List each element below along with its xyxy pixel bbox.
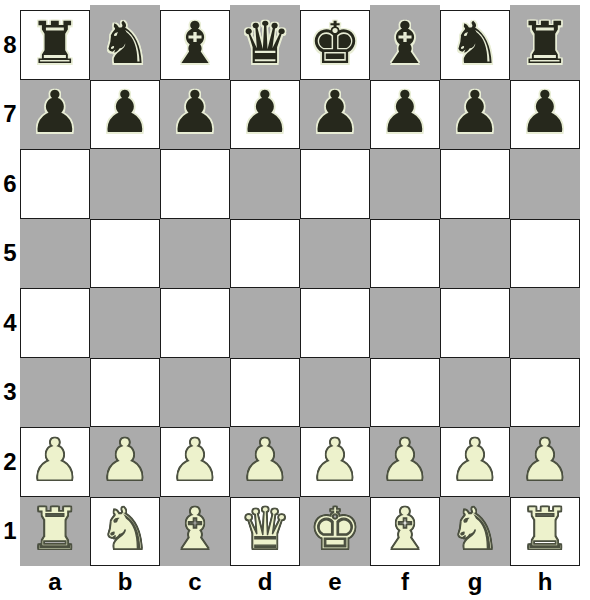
file-label-d: d bbox=[230, 566, 300, 598]
square-h4[interactable] bbox=[510, 288, 580, 358]
square-e4[interactable] bbox=[300, 288, 370, 358]
square-a7[interactable]: ♟ bbox=[20, 80, 90, 150]
square-e7[interactable]: ♟ bbox=[300, 80, 370, 150]
square-h8[interactable]: ♜ bbox=[510, 10, 580, 80]
square-b3[interactable] bbox=[90, 358, 160, 428]
square-e3[interactable] bbox=[300, 358, 370, 428]
file-labels: abcdefgh bbox=[20, 566, 580, 598]
square-f5[interactable] bbox=[370, 219, 440, 289]
rank-label-6: 6 bbox=[0, 149, 20, 219]
square-g2[interactable]: ♟ bbox=[440, 427, 510, 497]
square-h5[interactable] bbox=[510, 219, 580, 289]
square-e2[interactable]: ♟ bbox=[300, 427, 370, 497]
black-rook-a8: ♜ bbox=[29, 14, 81, 72]
square-g4[interactable] bbox=[440, 288, 510, 358]
square-h2[interactable]: ♟ bbox=[510, 427, 580, 497]
white-pawn-e2: ♟ bbox=[309, 431, 361, 489]
black-pawn-g7: ♟ bbox=[449, 83, 501, 141]
white-pawn-c2: ♟ bbox=[169, 431, 221, 489]
rank-label-4: 4 bbox=[0, 288, 20, 358]
black-pawn-h7: ♟ bbox=[519, 83, 571, 141]
square-b4[interactable] bbox=[90, 288, 160, 358]
square-e8[interactable]: ♚ bbox=[300, 10, 370, 80]
square-d1[interactable]: ♛ bbox=[230, 497, 300, 567]
square-h1[interactable]: ♜ bbox=[510, 497, 580, 567]
square-c8[interactable]: ♝ bbox=[160, 10, 230, 80]
square-g8[interactable]: ♞ bbox=[440, 10, 510, 80]
black-knight-b8: ♞ bbox=[99, 14, 151, 72]
file-label-b: b bbox=[90, 566, 160, 598]
white-pawn-a2: ♟ bbox=[29, 431, 81, 489]
square-a5[interactable] bbox=[20, 219, 90, 289]
square-a1[interactable]: ♜ bbox=[20, 497, 90, 567]
white-bishop-c1: ♝ bbox=[169, 500, 221, 558]
square-c1[interactable]: ♝ bbox=[160, 497, 230, 567]
white-knight-g1: ♞ bbox=[449, 500, 501, 558]
black-king-e8: ♚ bbox=[309, 14, 361, 72]
square-b5[interactable] bbox=[90, 219, 160, 289]
white-pawn-d2: ♟ bbox=[239, 431, 291, 489]
square-d3[interactable] bbox=[230, 358, 300, 428]
black-pawn-f7: ♟ bbox=[379, 83, 431, 141]
square-d8[interactable]: ♛ bbox=[230, 10, 300, 80]
square-c3[interactable] bbox=[160, 358, 230, 428]
square-d2[interactable]: ♟ bbox=[230, 427, 300, 497]
file-label-a: a bbox=[20, 566, 90, 598]
white-pawn-g2: ♟ bbox=[449, 431, 501, 489]
white-king-e1: ♚ bbox=[309, 500, 361, 558]
black-pawn-c7: ♟ bbox=[169, 83, 221, 141]
white-pawn-b2: ♟ bbox=[99, 431, 151, 489]
square-b7[interactable]: ♟ bbox=[90, 80, 160, 150]
file-label-c: c bbox=[160, 566, 230, 598]
chess-app-window: 87654321 ♜♞♝♛♚♝♞♜♟♟♟♟♟♟♟♟♟♟♟♟♟♟♟♟♜♞♝♛♚♝♞… bbox=[0, 0, 590, 600]
square-f2[interactable]: ♟ bbox=[370, 427, 440, 497]
rank-label-1: 1 bbox=[0, 497, 20, 567]
square-f3[interactable] bbox=[370, 358, 440, 428]
square-c4[interactable] bbox=[160, 288, 230, 358]
white-pawn-h2: ♟ bbox=[519, 431, 571, 489]
white-pawn-f2: ♟ bbox=[379, 431, 431, 489]
square-b1[interactable]: ♞ bbox=[90, 497, 160, 567]
white-queen-d1: ♛ bbox=[239, 500, 291, 558]
rank-label-3: 3 bbox=[0, 358, 20, 428]
square-d5[interactable] bbox=[230, 219, 300, 289]
square-b6[interactable] bbox=[90, 149, 160, 219]
rank-labels: 87654321 bbox=[0, 10, 20, 566]
square-g7[interactable]: ♟ bbox=[440, 80, 510, 150]
square-a6[interactable] bbox=[20, 149, 90, 219]
black-pawn-e7: ♟ bbox=[309, 83, 361, 141]
square-c6[interactable] bbox=[160, 149, 230, 219]
black-pawn-d7: ♟ bbox=[239, 83, 291, 141]
square-f4[interactable] bbox=[370, 288, 440, 358]
square-h7[interactable]: ♟ bbox=[510, 80, 580, 150]
chess-board: ♜♞♝♛♚♝♞♜♟♟♟♟♟♟♟♟♟♟♟♟♟♟♟♟♜♞♝♛♚♝♞♜ bbox=[20, 10, 580, 566]
square-c2[interactable]: ♟ bbox=[160, 427, 230, 497]
rank-label-7: 7 bbox=[0, 80, 20, 150]
square-a3[interactable] bbox=[20, 358, 90, 428]
file-label-g: g bbox=[440, 566, 510, 598]
square-f1[interactable]: ♝ bbox=[370, 497, 440, 567]
black-pawn-a7: ♟ bbox=[29, 83, 81, 141]
square-g1[interactable]: ♞ bbox=[440, 497, 510, 567]
square-b2[interactable]: ♟ bbox=[90, 427, 160, 497]
square-e5[interactable] bbox=[300, 219, 370, 289]
file-label-f: f bbox=[370, 566, 440, 598]
square-b8[interactable]: ♞ bbox=[90, 10, 160, 80]
square-d7[interactable]: ♟ bbox=[230, 80, 300, 150]
square-a4[interactable] bbox=[20, 288, 90, 358]
square-h6[interactable] bbox=[510, 149, 580, 219]
black-bishop-f8: ♝ bbox=[379, 14, 431, 72]
square-a8[interactable]: ♜ bbox=[20, 10, 90, 80]
square-f8[interactable]: ♝ bbox=[370, 10, 440, 80]
black-knight-g8: ♞ bbox=[449, 14, 501, 72]
square-f7[interactable]: ♟ bbox=[370, 80, 440, 150]
rank-label-5: 5 bbox=[0, 219, 20, 289]
square-a2[interactable]: ♟ bbox=[20, 427, 90, 497]
square-g6[interactable] bbox=[440, 149, 510, 219]
square-e1[interactable]: ♚ bbox=[300, 497, 370, 567]
black-queen-d8: ♛ bbox=[239, 14, 291, 72]
square-g5[interactable] bbox=[440, 219, 510, 289]
black-pawn-b7: ♟ bbox=[99, 83, 151, 141]
square-d6[interactable] bbox=[230, 149, 300, 219]
square-d4[interactable] bbox=[230, 288, 300, 358]
square-g3[interactable] bbox=[440, 358, 510, 428]
white-rook-a1: ♜ bbox=[29, 500, 81, 558]
white-rook-h1: ♜ bbox=[519, 500, 571, 558]
square-f6[interactable] bbox=[370, 149, 440, 219]
white-knight-b1: ♞ bbox=[99, 500, 151, 558]
square-e6[interactable] bbox=[300, 149, 370, 219]
square-c7[interactable]: ♟ bbox=[160, 80, 230, 150]
rank-label-2: 2 bbox=[0, 427, 20, 497]
square-h3[interactable] bbox=[510, 358, 580, 428]
rank-label-8: 8 bbox=[0, 10, 20, 80]
file-label-h: h bbox=[510, 566, 580, 598]
white-bishop-f1: ♝ bbox=[379, 500, 431, 558]
file-label-e: e bbox=[300, 566, 370, 598]
black-rook-h8: ♜ bbox=[519, 14, 571, 72]
black-bishop-c8: ♝ bbox=[169, 14, 221, 72]
square-c5[interactable] bbox=[160, 219, 230, 289]
